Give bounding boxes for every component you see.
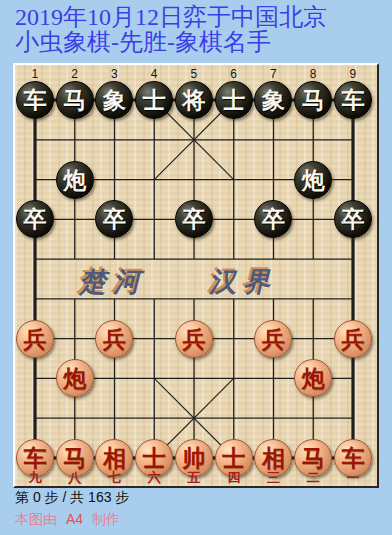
- file-number-top: 2: [55, 67, 95, 81]
- piece-glyph: 士: [222, 82, 245, 118]
- piece-black-cannon[interactable]: 炮: [56, 161, 94, 199]
- file-number-bottom: 四: [214, 469, 254, 487]
- piece-glyph: 卒: [103, 201, 126, 237]
- game-info-line1: 2019年10月12日弈于中国北京: [15, 5, 327, 30]
- board-point: 卒: [174, 199, 214, 239]
- file-number-bottom: 一: [333, 469, 373, 487]
- game-info-line2: 小虫象棋-先胜-象棋名手: [15, 30, 327, 55]
- board-point: 卒: [333, 199, 373, 239]
- file-number-top: 3: [95, 67, 135, 81]
- xiangqi-viewer: 2019年10月12日弈于中国北京 小虫象棋-先胜-象棋名手: [0, 0, 392, 535]
- file-number-bottom: 六: [134, 469, 174, 487]
- piece-black-soldier[interactable]: 卒: [334, 200, 372, 238]
- file-numbers-top: 123456789: [15, 67, 373, 81]
- piece-black-cannon[interactable]: 炮: [294, 161, 332, 199]
- file-number-bottom: 七: [95, 469, 135, 487]
- move-counter: 第 0 步 / 共 163 步: [15, 489, 129, 507]
- piece-black-soldier[interactable]: 卒: [95, 200, 133, 238]
- piece-black-chariot[interactable]: 车: [16, 81, 54, 119]
- pieces-grid: 车马象士将士象马车炮炮卒卒卒卒卒兵兵兵兵兵炮炮车马相士帅士相马车: [15, 80, 373, 478]
- credit-prefix: 本图由: [15, 511, 57, 527]
- board-point: 兵: [95, 319, 135, 359]
- board-point: 兵: [15, 319, 55, 359]
- piece-red-cannon[interactable]: 炮: [56, 359, 94, 397]
- board-point: 卒: [15, 199, 55, 239]
- file-numbers-bottom: 九八七六五四三二一: [15, 469, 373, 487]
- file-number-top: 6: [214, 67, 254, 81]
- piece-black-elephant[interactable]: 象: [254, 81, 292, 119]
- board-point: 炮: [293, 358, 333, 398]
- board-point: 炮: [293, 160, 333, 200]
- piece-black-horse[interactable]: 马: [294, 81, 332, 119]
- piece-glyph: 兵: [182, 321, 205, 357]
- board-point: 士: [134, 80, 174, 120]
- credit-line: 本图由 A4 制作: [15, 511, 120, 529]
- piece-glyph: 炮: [302, 360, 325, 396]
- piece-glyph: 象: [103, 82, 126, 118]
- piece-black-horse[interactable]: 马: [56, 81, 94, 119]
- board-point: 卒: [254, 199, 294, 239]
- piece-red-soldier[interactable]: 兵: [175, 320, 213, 358]
- board-point: 马: [55, 80, 95, 120]
- board-point: 马: [293, 80, 333, 120]
- board-point: 象: [254, 80, 294, 120]
- file-number-top: 4: [134, 67, 174, 81]
- piece-black-advisor[interactable]: 士: [215, 81, 253, 119]
- piece-glyph: 卒: [341, 201, 364, 237]
- game-info: 2019年10月12日弈于中国北京 小虫象棋-先胜-象棋名手: [15, 5, 327, 55]
- file-number-top: 5: [174, 67, 214, 81]
- piece-glyph: 马: [63, 82, 86, 118]
- piece-glyph: 兵: [103, 321, 126, 357]
- file-number-top: 8: [293, 67, 333, 81]
- file-number-bottom: 二: [293, 469, 333, 487]
- piece-glyph: 兵: [341, 321, 364, 357]
- piece-black-general[interactable]: 将: [175, 81, 213, 119]
- file-number-top: 9: [333, 67, 373, 81]
- board-point: 象: [95, 80, 135, 120]
- file-number-bottom: 八: [55, 469, 95, 487]
- piece-glyph: 卒: [182, 201, 205, 237]
- move-counter-text: 第 0 步 / 共 163 步: [15, 489, 129, 505]
- file-number-bottom: 五: [174, 469, 214, 487]
- piece-black-soldier[interactable]: 卒: [16, 200, 54, 238]
- file-number-bottom: 三: [254, 469, 294, 487]
- piece-glyph: 将: [182, 82, 205, 118]
- board-point: 车: [333, 80, 373, 120]
- piece-red-soldier[interactable]: 兵: [16, 320, 54, 358]
- board-point: 炮: [55, 160, 95, 200]
- piece-red-soldier[interactable]: 兵: [254, 320, 292, 358]
- piece-glyph: 车: [341, 82, 364, 118]
- board-point: 炮: [55, 358, 95, 398]
- piece-glyph: 炮: [302, 162, 325, 198]
- xiangqi-board[interactable]: 123456789 楚河 汉界 车马象士将士象马车炮炮卒卒卒卒卒兵兵兵兵兵炮炮车…: [13, 63, 379, 488]
- piece-black-elephant[interactable]: 象: [95, 81, 133, 119]
- piece-glyph: 炮: [63, 162, 86, 198]
- credit-author: A4: [66, 511, 83, 527]
- piece-black-soldier[interactable]: 卒: [175, 200, 213, 238]
- piece-black-soldier[interactable]: 卒: [254, 200, 292, 238]
- piece-glyph: 卒: [23, 201, 46, 237]
- piece-black-advisor[interactable]: 士: [135, 81, 173, 119]
- piece-glyph: 象: [262, 82, 285, 118]
- piece-glyph: 士: [143, 82, 166, 118]
- board-point: 兵: [254, 319, 294, 359]
- piece-glyph: 兵: [262, 321, 285, 357]
- board-point: 兵: [174, 319, 214, 359]
- file-number-top: 7: [254, 67, 294, 81]
- board-point: 士: [214, 80, 254, 120]
- piece-black-chariot[interactable]: 车: [334, 81, 372, 119]
- piece-red-cannon[interactable]: 炮: [294, 359, 332, 397]
- board-point: 兵: [333, 319, 373, 359]
- board-point: 车: [15, 80, 55, 120]
- file-number-top: 1: [15, 67, 55, 81]
- piece-glyph: 炮: [63, 360, 86, 396]
- piece-glyph: 卒: [262, 201, 285, 237]
- piece-red-soldier[interactable]: 兵: [95, 320, 133, 358]
- piece-glyph: 马: [302, 82, 325, 118]
- piece-glyph: 车: [23, 82, 46, 118]
- piece-red-soldier[interactable]: 兵: [334, 320, 372, 358]
- credit-suffix: 制作: [92, 511, 120, 527]
- board-point: 将: [174, 80, 214, 120]
- file-number-bottom: 九: [15, 469, 55, 487]
- board-point: 卒: [95, 199, 135, 239]
- piece-glyph: 兵: [23, 321, 46, 357]
